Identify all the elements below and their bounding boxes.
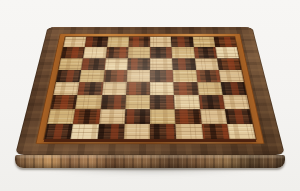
square-c7: [105, 47, 128, 58]
square-c6: [104, 58, 127, 70]
square-e3: [150, 95, 175, 109]
square-h1: [227, 124, 256, 140]
square-e5: [150, 70, 173, 82]
square-e4: [150, 82, 174, 95]
square-e8: [150, 37, 172, 48]
square-g7: [193, 47, 216, 58]
square-d6: [127, 58, 150, 70]
square-a7: [61, 47, 85, 58]
square-f3: [174, 95, 200, 109]
square-g3: [198, 95, 224, 109]
square-c2: [99, 109, 125, 124]
square-h6: [217, 58, 242, 70]
photo-background: [0, 0, 300, 191]
square-h3: [223, 95, 250, 109]
square-g8: [192, 37, 215, 48]
square-b4: [77, 82, 103, 95]
board-inner-frame: [35, 34, 264, 144]
square-h8: [213, 37, 236, 48]
square-f1: [176, 124, 203, 140]
square-a6: [59, 58, 84, 70]
square-g4: [197, 82, 223, 95]
board-grid: [44, 37, 255, 140]
chessboard: [15, 27, 285, 168]
square-a3: [50, 95, 77, 109]
square-h7: [215, 47, 239, 58]
square-h2: [225, 109, 253, 124]
square-a8: [63, 37, 86, 48]
square-c3: [100, 95, 126, 109]
square-d5: [127, 70, 150, 82]
square-d8: [128, 37, 150, 48]
square-a1: [44, 124, 73, 140]
square-e2: [150, 109, 176, 124]
square-c5: [103, 70, 127, 82]
square-d4: [126, 82, 150, 95]
square-h5: [219, 70, 244, 82]
square-f5: [173, 70, 197, 82]
square-b6: [81, 58, 105, 70]
square-b2: [73, 109, 100, 124]
square-b5: [80, 70, 105, 82]
square-g2: [200, 109, 227, 124]
square-d3: [125, 95, 150, 109]
square-c4: [102, 82, 127, 95]
square-f8: [171, 37, 193, 48]
square-d7: [128, 47, 150, 58]
square-f7: [172, 47, 195, 58]
square-d2: [124, 109, 150, 124]
square-d1: [124, 124, 150, 140]
square-c8: [107, 37, 129, 48]
square-b8: [85, 37, 108, 48]
square-h4: [220, 82, 246, 95]
square-e6: [150, 58, 173, 70]
square-e7: [150, 47, 172, 58]
square-e1: [150, 124, 176, 140]
square-g6: [195, 58, 219, 70]
square-a5: [56, 70, 81, 82]
square-b1: [71, 124, 99, 140]
square-a2: [47, 109, 75, 124]
square-f4: [173, 82, 198, 95]
square-c1: [97, 124, 124, 140]
square-g5: [196, 70, 221, 82]
board-front-edge: [15, 155, 285, 168]
board-top-surface: [15, 27, 285, 155]
square-g1: [201, 124, 229, 140]
square-b7: [83, 47, 106, 58]
square-b3: [75, 95, 101, 109]
square-f6: [172, 58, 195, 70]
square-f2: [175, 109, 201, 124]
square-a4: [53, 82, 79, 95]
